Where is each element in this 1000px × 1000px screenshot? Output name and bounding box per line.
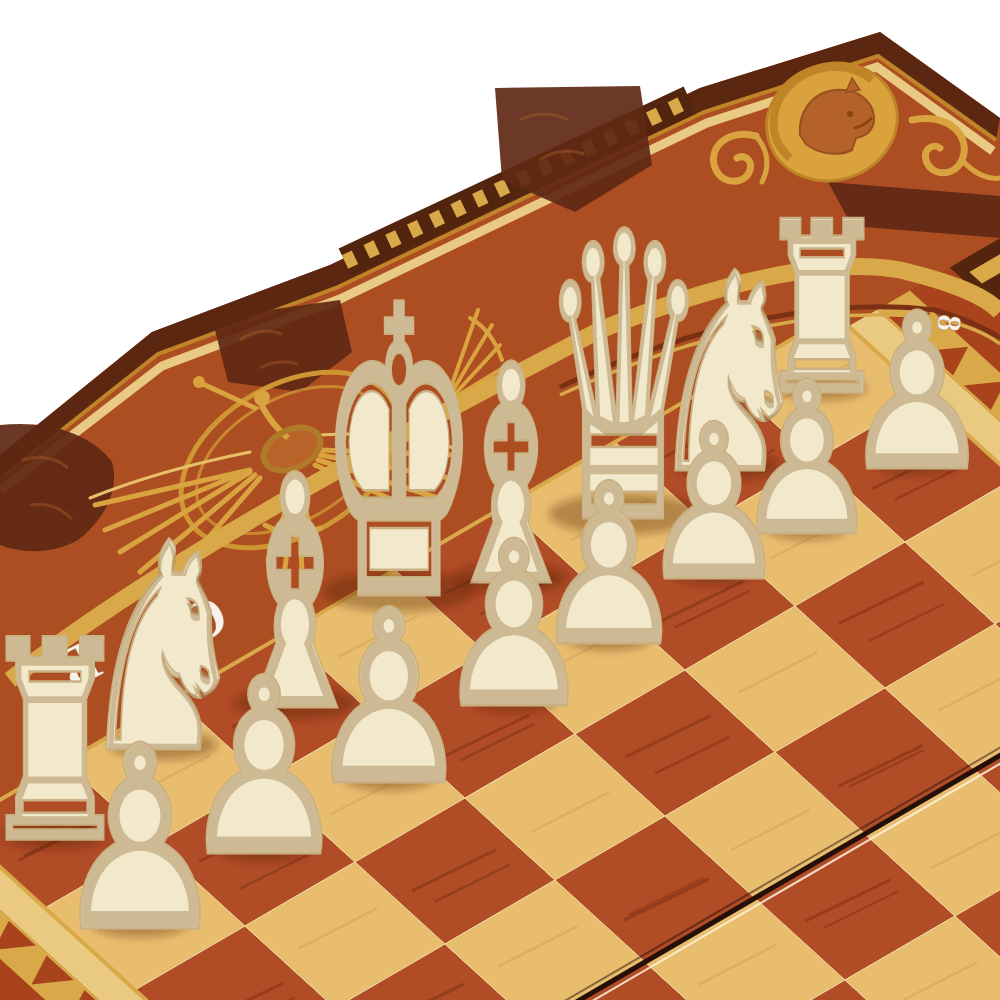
- chess-board-photo: BC8♜♖♟♙♞♘♛♕♟♙♟♙♝♗♚♔♟♙♟♙♝♗♞♘♟♙♜♖♟♙♟♙: [0, 0, 1000, 1000]
- product-photo-scene: BC8♜♖♟♙♞♘♛♕♟♙♟♙♝♗♚♔♟♙♟♙♝♗♞♘♟♙♜♖♟♙♟♙: [0, 0, 1000, 1000]
- piece-white-pawn-a7: ♟♙: [52, 693, 228, 986]
- piece-glyph-detail: ♙: [52, 693, 228, 986]
